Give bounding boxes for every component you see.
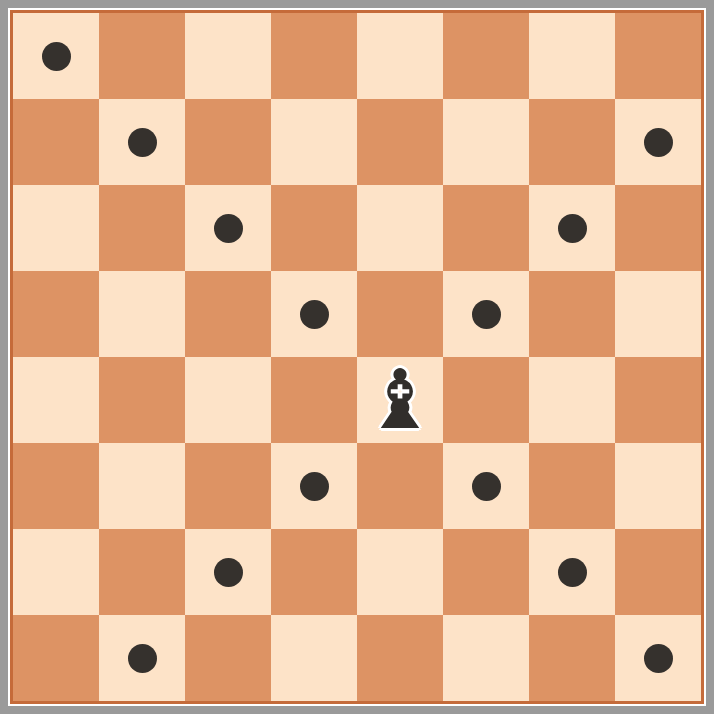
square-a3[interactable] (13, 443, 99, 529)
square-h5[interactable] (615, 271, 701, 357)
square-e3[interactable] (357, 443, 443, 529)
square-c7[interactable] (185, 99, 271, 185)
square-e5[interactable] (357, 271, 443, 357)
square-e2[interactable] (357, 529, 443, 615)
square-g6[interactable] (529, 185, 615, 271)
square-d4[interactable] (271, 357, 357, 443)
square-b5[interactable] (99, 271, 185, 357)
chess-board: ♝ (13, 13, 701, 701)
move-dest-dot[interactable] (472, 472, 501, 501)
square-g8[interactable] (529, 13, 615, 99)
square-h1[interactable] (615, 615, 701, 701)
square-c3[interactable] (185, 443, 271, 529)
square-c2[interactable] (185, 529, 271, 615)
square-a5[interactable] (13, 271, 99, 357)
square-c8[interactable] (185, 13, 271, 99)
square-h3[interactable] (615, 443, 701, 529)
square-g2[interactable] (529, 529, 615, 615)
square-a2[interactable] (13, 529, 99, 615)
square-b8[interactable] (99, 13, 185, 99)
move-dest-dot[interactable] (644, 644, 673, 673)
board-frame: ♝ (0, 0, 714, 714)
square-d5[interactable] (271, 271, 357, 357)
square-a8[interactable] (13, 13, 99, 99)
square-d7[interactable] (271, 99, 357, 185)
move-dest-dot[interactable] (42, 42, 71, 71)
square-e6[interactable] (357, 185, 443, 271)
square-b3[interactable] (99, 443, 185, 529)
square-b2[interactable] (99, 529, 185, 615)
move-dest-dot[interactable] (128, 644, 157, 673)
square-f6[interactable] (443, 185, 529, 271)
square-a4[interactable] (13, 357, 99, 443)
square-h4[interactable] (615, 357, 701, 443)
square-f4[interactable] (443, 357, 529, 443)
square-b6[interactable] (99, 185, 185, 271)
square-f8[interactable] (443, 13, 529, 99)
square-g4[interactable] (529, 357, 615, 443)
square-g3[interactable] (529, 443, 615, 529)
move-dest-dot[interactable] (644, 128, 673, 157)
board-rim: ♝ (10, 10, 704, 704)
square-d2[interactable] (271, 529, 357, 615)
square-f7[interactable] (443, 99, 529, 185)
square-f1[interactable] (443, 615, 529, 701)
square-a7[interactable] (13, 99, 99, 185)
square-h6[interactable] (615, 185, 701, 271)
square-e8[interactable] (357, 13, 443, 99)
square-g5[interactable] (529, 271, 615, 357)
move-dest-dot[interactable] (214, 214, 243, 243)
square-e1[interactable] (357, 615, 443, 701)
move-dest-dot[interactable] (214, 558, 243, 587)
move-dest-dot[interactable] (558, 214, 587, 243)
square-h2[interactable] (615, 529, 701, 615)
square-d1[interactable] (271, 615, 357, 701)
board-inner-line: ♝ (8, 8, 706, 706)
square-g1[interactable] (529, 615, 615, 701)
move-dest-dot[interactable] (300, 300, 329, 329)
square-a1[interactable] (13, 615, 99, 701)
move-dest-dot[interactable] (472, 300, 501, 329)
square-e4[interactable]: ♝ (357, 357, 443, 443)
square-a6[interactable] (13, 185, 99, 271)
square-h7[interactable] (615, 99, 701, 185)
square-e7[interactable] (357, 99, 443, 185)
square-b4[interactable] (99, 357, 185, 443)
square-c5[interactable] (185, 271, 271, 357)
square-c6[interactable] (185, 185, 271, 271)
square-f5[interactable] (443, 271, 529, 357)
square-h8[interactable] (615, 13, 701, 99)
square-d8[interactable] (271, 13, 357, 99)
square-d3[interactable] (271, 443, 357, 529)
move-dest-dot[interactable] (300, 472, 329, 501)
black-bishop[interactable]: ♝ (363, 357, 437, 443)
square-c4[interactable] (185, 357, 271, 443)
move-dest-dot[interactable] (128, 128, 157, 157)
square-c1[interactable] (185, 615, 271, 701)
square-b7[interactable] (99, 99, 185, 185)
square-f3[interactable] (443, 443, 529, 529)
move-dest-dot[interactable] (558, 558, 587, 587)
square-d6[interactable] (271, 185, 357, 271)
square-f2[interactable] (443, 529, 529, 615)
square-g7[interactable] (529, 99, 615, 185)
square-b1[interactable] (99, 615, 185, 701)
